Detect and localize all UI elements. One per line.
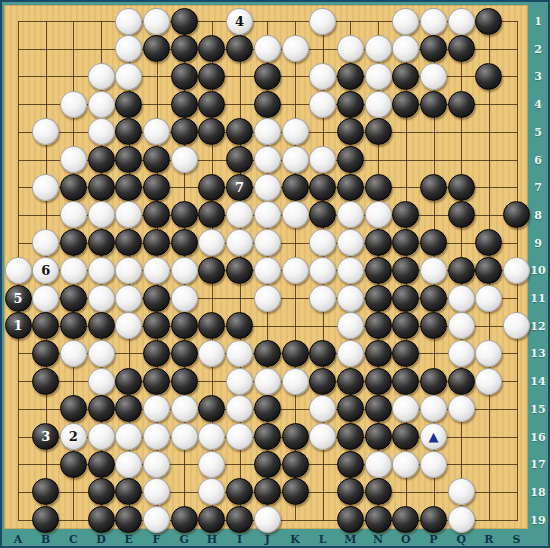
column-coordinate-label-M: M	[344, 533, 356, 546]
row-coordinate-label-6: 6	[534, 153, 542, 166]
black-stone-F9[interactable]	[143, 229, 170, 256]
white-stone-P16[interactable]: ▲	[420, 423, 447, 450]
white-stone-L16[interactable]	[309, 423, 336, 450]
black-stone-G1[interactable]	[171, 8, 198, 35]
white-stone-F16[interactable]	[143, 423, 170, 450]
white-stone-R14[interactable]	[475, 368, 502, 395]
black-stone-C15[interactable]	[60, 395, 87, 422]
black-stone-G4[interactable]	[171, 91, 198, 118]
black-stone-P19[interactable]	[420, 506, 447, 533]
black-stone-R10[interactable]	[475, 257, 502, 284]
black-stone-C7[interactable]	[60, 174, 87, 201]
black-stone-P2[interactable]	[420, 35, 447, 62]
black-stone-O3[interactable]	[392, 63, 419, 90]
white-stone-O17[interactable]	[392, 451, 419, 478]
column-coordinate-label-I: I	[237, 533, 242, 546]
white-stone-K6[interactable]	[282, 146, 309, 173]
white-stone-J19[interactable]	[254, 506, 281, 533]
white-stone-J11[interactable]	[254, 285, 281, 312]
white-stone-N2[interactable]	[365, 35, 392, 62]
black-stone-O13[interactable]	[392, 340, 419, 367]
white-stone-M12[interactable]	[337, 312, 364, 339]
black-stone-D12[interactable]	[88, 312, 115, 339]
black-stone-D17[interactable]	[88, 451, 115, 478]
white-stone-J10[interactable]	[254, 257, 281, 284]
black-stone-H7[interactable]	[198, 174, 225, 201]
black-stone-O10[interactable]	[392, 257, 419, 284]
black-stone-F13[interactable]	[143, 340, 170, 367]
move-number-label: 5	[13, 292, 22, 305]
move-number-label: 6	[41, 264, 50, 277]
go-board-window: 4765132▲12345678910111213141516171819ABC…	[0, 0, 550, 548]
white-stone-D16[interactable]	[88, 423, 115, 450]
black-stone-K7[interactable]	[282, 174, 309, 201]
triangle-marker-icon: ▲	[429, 430, 439, 443]
black-stone-Q4[interactable]	[448, 91, 475, 118]
white-stone-P10[interactable]	[420, 257, 447, 284]
black-stone-F7[interactable]	[143, 174, 170, 201]
row-coordinate-label-7: 7	[534, 181, 542, 194]
black-stone-P4[interactable]	[420, 91, 447, 118]
black-stone-J17[interactable]	[254, 451, 281, 478]
white-stone-K10[interactable]	[282, 257, 309, 284]
white-stone-J5[interactable]	[254, 118, 281, 145]
white-stone-C16[interactable]: 2	[60, 423, 87, 450]
column-coordinate-label-L: L	[319, 533, 327, 546]
move-number-label: 7	[235, 181, 244, 194]
white-stone-M11[interactable]	[337, 285, 364, 312]
white-stone-I13[interactable]	[226, 340, 253, 367]
row-coordinate-label-1: 1	[534, 15, 542, 28]
black-stone-D15[interactable]	[88, 395, 115, 422]
column-coordinate-label-D: D	[96, 533, 106, 546]
black-stone-M4[interactable]	[337, 91, 364, 118]
black-stone-I6[interactable]	[226, 146, 253, 173]
black-stone-O19[interactable]	[392, 506, 419, 533]
row-coordinate-label-15: 15	[530, 402, 545, 415]
black-stone-G12[interactable]	[171, 312, 198, 339]
white-stone-N4[interactable]	[365, 91, 392, 118]
column-coordinate-label-K: K	[290, 533, 300, 546]
row-coordinate-label-10: 10	[530, 264, 545, 277]
black-stone-J3[interactable]	[254, 63, 281, 90]
white-stone-J8[interactable]	[254, 201, 281, 228]
black-stone-I19[interactable]	[226, 506, 253, 533]
black-stone-K17[interactable]	[282, 451, 309, 478]
black-stone-G14[interactable]	[171, 368, 198, 395]
row-coordinate-label-11: 11	[530, 292, 545, 305]
white-stone-G11[interactable]	[171, 285, 198, 312]
black-stone-M16[interactable]	[337, 423, 364, 450]
white-stone-M10[interactable]	[337, 257, 364, 284]
black-stone-R1[interactable]	[475, 8, 502, 35]
white-stone-N3[interactable]	[365, 63, 392, 90]
black-stone-G9[interactable]	[171, 229, 198, 256]
black-stone-J13[interactable]	[254, 340, 281, 367]
black-stone-L14[interactable]	[309, 368, 336, 395]
row-coordinate-label-5: 5	[534, 125, 542, 138]
white-stone-I16[interactable]	[226, 423, 253, 450]
column-coordinate-label-F: F	[153, 533, 161, 546]
black-stone-F14[interactable]	[143, 368, 170, 395]
white-stone-J6[interactable]	[254, 146, 281, 173]
black-stone-C17[interactable]	[60, 451, 87, 478]
black-stone-A11[interactable]: 5	[5, 285, 32, 312]
black-stone-G19[interactable]	[171, 506, 198, 533]
white-stone-C4[interactable]	[60, 91, 87, 118]
white-stone-Q19[interactable]	[448, 506, 475, 533]
white-stone-K8[interactable]	[282, 201, 309, 228]
black-stone-B19[interactable]	[32, 506, 59, 533]
white-stone-L1[interactable]	[309, 8, 336, 35]
black-stone-Q7[interactable]	[448, 174, 475, 201]
black-stone-N16[interactable]	[365, 423, 392, 450]
column-coordinate-label-R: R	[484, 533, 493, 546]
white-stone-A10[interactable]	[5, 257, 32, 284]
white-stone-J9[interactable]	[254, 229, 281, 256]
column-coordinate-label-N: N	[373, 533, 383, 546]
row-coordinate-label-9: 9	[534, 236, 542, 249]
white-stone-E17[interactable]	[115, 451, 142, 478]
black-stone-H19[interactable]	[198, 506, 225, 533]
white-stone-Q12[interactable]	[448, 312, 475, 339]
row-coordinate-label-14: 14	[530, 375, 545, 388]
white-stone-H17[interactable]	[198, 451, 225, 478]
black-stone-N11[interactable]	[365, 285, 392, 312]
white-stone-K14[interactable]	[282, 368, 309, 395]
white-stone-K2[interactable]	[282, 35, 309, 62]
row-coordinate-label-2: 2	[534, 42, 542, 55]
white-stone-G10[interactable]	[171, 257, 198, 284]
black-stone-J4[interactable]	[254, 91, 281, 118]
black-stone-Q14[interactable]	[448, 368, 475, 395]
black-stone-J15[interactable]	[254, 395, 281, 422]
white-stone-D8[interactable]	[88, 201, 115, 228]
black-stone-O11[interactable]	[392, 285, 419, 312]
white-stone-J2[interactable]	[254, 35, 281, 62]
column-coordinate-label-O: O	[401, 533, 411, 546]
black-stone-M14[interactable]	[337, 368, 364, 395]
black-stone-M17[interactable]	[337, 451, 364, 478]
black-stone-J16[interactable]	[254, 423, 281, 450]
white-stone-L3[interactable]	[309, 63, 336, 90]
black-stone-N14[interactable]	[365, 368, 392, 395]
white-stone-J14[interactable]	[254, 368, 281, 395]
black-stone-Q2[interactable]	[448, 35, 475, 62]
white-stone-M13[interactable]	[337, 340, 364, 367]
black-stone-F12[interactable]	[143, 312, 170, 339]
white-stone-Q13[interactable]	[448, 340, 475, 367]
black-stone-G13[interactable]	[171, 340, 198, 367]
black-stone-M6[interactable]	[337, 146, 364, 173]
black-stone-N7[interactable]	[365, 174, 392, 201]
black-stone-B14[interactable]	[32, 368, 59, 395]
black-stone-F2[interactable]	[143, 35, 170, 62]
black-stone-M15[interactable]	[337, 395, 364, 422]
black-stone-Q10[interactable]	[448, 257, 475, 284]
move-number-label: 2	[69, 430, 78, 443]
white-stone-D10[interactable]	[88, 257, 115, 284]
column-coordinate-label-C: C	[69, 533, 78, 546]
white-stone-D4[interactable]	[88, 91, 115, 118]
black-stone-O4[interactable]	[392, 91, 419, 118]
black-stone-N12[interactable]	[365, 312, 392, 339]
black-stone-P9[interactable]	[420, 229, 447, 256]
move-number-label: 4	[235, 15, 244, 28]
row-coordinate-label-13: 13	[530, 347, 545, 360]
black-stone-D7[interactable]	[88, 174, 115, 201]
white-stone-B7[interactable]	[32, 174, 59, 201]
white-stone-D11[interactable]	[88, 285, 115, 312]
white-stone-Q1[interactable]	[448, 8, 475, 35]
black-stone-M7[interactable]	[337, 174, 364, 201]
white-stone-E3[interactable]	[115, 63, 142, 90]
column-coordinate-label-S: S	[513, 533, 521, 546]
white-stone-C13[interactable]	[60, 340, 87, 367]
black-stone-K16[interactable]	[282, 423, 309, 450]
black-stone-D18[interactable]	[88, 478, 115, 505]
white-stone-P17[interactable]	[420, 451, 447, 478]
white-stone-E11[interactable]	[115, 285, 142, 312]
white-stone-D14[interactable]	[88, 368, 115, 395]
white-stone-L6[interactable]	[309, 146, 336, 173]
white-stone-F19[interactable]	[143, 506, 170, 533]
column-coordinate-label-P: P	[429, 533, 437, 546]
white-stone-K5[interactable]	[282, 118, 309, 145]
white-stone-G6[interactable]	[171, 146, 198, 173]
white-stone-R11[interactable]	[475, 285, 502, 312]
black-stone-P12[interactable]	[420, 312, 447, 339]
white-stone-I14[interactable]	[226, 368, 253, 395]
black-stone-H4[interactable]	[198, 91, 225, 118]
row-coordinate-label-19: 19	[530, 513, 545, 526]
black-stone-E7[interactable]	[115, 174, 142, 201]
white-stone-B10[interactable]: 6	[32, 257, 59, 284]
black-stone-I10[interactable]	[226, 257, 253, 284]
black-stone-B16[interactable]: 3	[32, 423, 59, 450]
black-stone-M5[interactable]	[337, 118, 364, 145]
white-stone-N17[interactable]	[365, 451, 392, 478]
white-stone-Q18[interactable]	[448, 478, 475, 505]
column-coordinate-label-A: A	[14, 533, 23, 546]
black-stone-P7[interactable]	[420, 174, 447, 201]
white-stone-M2[interactable]	[337, 35, 364, 62]
column-coordinate-label-G: G	[179, 533, 188, 546]
move-number-label: 1	[13, 319, 22, 332]
white-stone-I9[interactable]	[226, 229, 253, 256]
white-stone-I1[interactable]: 4	[226, 8, 253, 35]
black-stone-K18[interactable]	[282, 478, 309, 505]
black-stone-L13[interactable]	[309, 340, 336, 367]
black-stone-D6[interactable]	[88, 146, 115, 173]
white-stone-C10[interactable]	[60, 257, 87, 284]
black-stone-H10[interactable]	[198, 257, 225, 284]
white-stone-F1[interactable]	[143, 8, 170, 35]
white-stone-O1[interactable]	[392, 8, 419, 35]
white-stone-G16[interactable]	[171, 423, 198, 450]
black-stone-N19[interactable]	[365, 506, 392, 533]
row-coordinate-label-18: 18	[530, 485, 545, 498]
row-coordinate-label-16: 16	[530, 430, 545, 443]
white-stone-M9[interactable]	[337, 229, 364, 256]
row-coordinate-label-4: 4	[534, 98, 542, 111]
black-stone-Q8[interactable]	[448, 201, 475, 228]
white-stone-P1[interactable]	[420, 8, 447, 35]
black-stone-N15[interactable]	[365, 395, 392, 422]
black-stone-N5[interactable]	[365, 118, 392, 145]
white-stone-N8[interactable]	[365, 201, 392, 228]
black-stone-O14[interactable]	[392, 368, 419, 395]
black-stone-G5[interactable]	[171, 118, 198, 145]
black-stone-G8[interactable]	[171, 201, 198, 228]
black-stone-D9[interactable]	[88, 229, 115, 256]
white-stone-L10[interactable]	[309, 257, 336, 284]
black-stone-K13[interactable]	[282, 340, 309, 367]
black-stone-M3[interactable]	[337, 63, 364, 90]
black-stone-N13[interactable]	[365, 340, 392, 367]
black-stone-C12[interactable]	[60, 312, 87, 339]
black-stone-N10[interactable]	[365, 257, 392, 284]
white-stone-C6[interactable]	[60, 146, 87, 173]
white-stone-S10[interactable]	[503, 257, 530, 284]
white-stone-L4[interactable]	[309, 91, 336, 118]
white-stone-F10[interactable]	[143, 257, 170, 284]
white-stone-E10[interactable]	[115, 257, 142, 284]
column-coordinate-label-E: E	[125, 533, 133, 546]
column-coordinate-label-J: J	[265, 533, 270, 546]
black-stone-I7[interactable]: 7	[226, 174, 253, 201]
black-stone-N18[interactable]	[365, 478, 392, 505]
black-stone-F11[interactable]	[143, 285, 170, 312]
move-number-label: 3	[41, 430, 50, 443]
column-coordinate-label-H: H	[207, 533, 217, 546]
black-stone-P14[interactable]	[420, 368, 447, 395]
black-stone-M19[interactable]	[337, 506, 364, 533]
white-stone-L11[interactable]	[309, 285, 336, 312]
black-stone-B13[interactable]	[32, 340, 59, 367]
black-stone-C11[interactable]	[60, 285, 87, 312]
column-coordinate-label-Q: Q	[456, 533, 466, 546]
black-stone-E4[interactable]	[115, 91, 142, 118]
black-stone-J18[interactable]	[254, 478, 281, 505]
black-stone-F6[interactable]	[143, 146, 170, 173]
white-stone-P3[interactable]	[420, 63, 447, 90]
white-stone-D3[interactable]	[88, 63, 115, 90]
white-stone-F17[interactable]	[143, 451, 170, 478]
black-stone-D19[interactable]	[88, 506, 115, 533]
white-stone-Q11[interactable]	[448, 285, 475, 312]
black-stone-E14[interactable]	[115, 368, 142, 395]
white-stone-D13[interactable]	[88, 340, 115, 367]
black-stone-A12[interactable]: 1	[5, 312, 32, 339]
white-stone-G15[interactable]	[171, 395, 198, 422]
row-coordinate-label-8: 8	[534, 208, 542, 221]
black-stone-G2[interactable]	[171, 35, 198, 62]
white-stone-D5[interactable]	[88, 118, 115, 145]
black-stone-N9[interactable]	[365, 229, 392, 256]
black-stone-E19[interactable]	[115, 506, 142, 533]
black-stone-C9[interactable]	[60, 229, 87, 256]
white-stone-B11[interactable]	[32, 285, 59, 312]
white-stone-E1[interactable]	[115, 8, 142, 35]
black-stone-P11[interactable]	[420, 285, 447, 312]
black-stone-G3[interactable]	[171, 63, 198, 90]
row-coordinate-label-3: 3	[534, 70, 542, 83]
black-stone-L7[interactable]	[309, 174, 336, 201]
white-stone-Q15[interactable]	[448, 395, 475, 422]
column-coordinate-label-B: B	[41, 533, 50, 546]
white-stone-J7[interactable]	[254, 174, 281, 201]
row-coordinate-label-12: 12	[530, 319, 545, 332]
row-coordinate-label-17: 17	[530, 458, 545, 471]
